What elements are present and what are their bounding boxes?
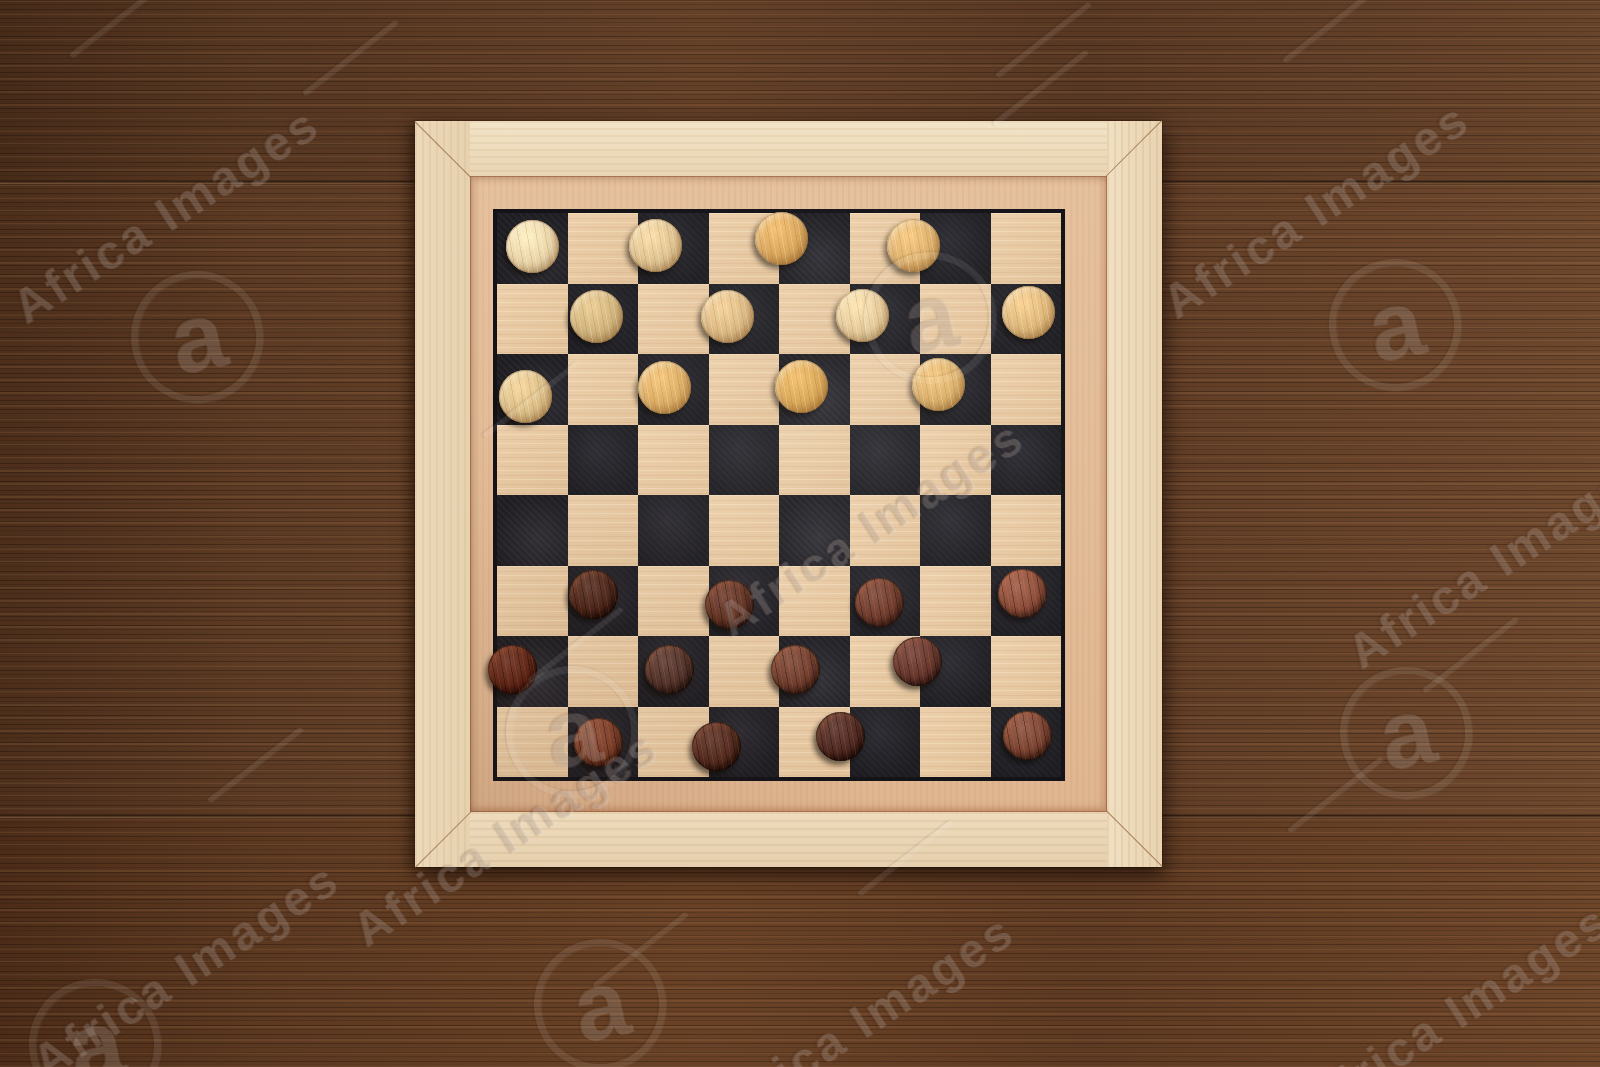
light-piece-r1c1[interactable] [506, 220, 559, 273]
dark-piece-r7c1[interactable] [488, 645, 537, 694]
dark-piece-r8c4[interactable] [692, 722, 741, 771]
dark-piece-r8c8[interactable] [1003, 711, 1052, 760]
piece-wood-grain [775, 360, 828, 413]
light-piece-r3c5[interactable] [775, 360, 828, 413]
checkers-board [415, 121, 1162, 867]
piece-wood-grain [1003, 711, 1052, 760]
piece-wood-grain [574, 718, 623, 767]
piece-wood-grain [836, 289, 889, 342]
piece-wood-grain [506, 220, 559, 273]
piece-wood-grain [893, 637, 942, 686]
dark-piece-r7c5[interactable] [771, 645, 820, 694]
light-piece-r1c7[interactable] [887, 219, 940, 272]
dark-piece-r6c4[interactable] [705, 580, 754, 629]
piece-wood-grain [701, 290, 754, 343]
piece-wood-grain [570, 290, 623, 343]
light-piece-r2c2[interactable] [570, 290, 623, 343]
dark-piece-r6c8[interactable] [998, 569, 1047, 618]
piece-wood-grain [887, 219, 940, 272]
piece-wood-grain [816, 712, 865, 761]
light-piece-r1c3[interactable] [629, 219, 682, 272]
light-piece-r3c1[interactable] [499, 370, 552, 423]
piece-wood-grain [755, 212, 808, 265]
piece-wood-grain [692, 722, 741, 771]
piece-wood-grain [488, 645, 537, 694]
dark-piece-r7c3[interactable] [645, 645, 694, 694]
piece-wood-grain [705, 580, 754, 629]
light-piece-r2c8[interactable] [1002, 286, 1055, 339]
dark-piece-r8c2[interactable] [574, 718, 623, 767]
board-frame-top [415, 121, 1162, 176]
board-frame-right [1107, 121, 1162, 867]
piece-wood-grain [912, 358, 965, 411]
dark-piece-r7c7[interactable] [893, 637, 942, 686]
dark-piece-r8c6[interactable] [816, 712, 865, 761]
light-piece-r2c6[interactable] [836, 289, 889, 342]
board-frame-bottom [415, 812, 1162, 867]
piece-wood-grain [629, 219, 682, 272]
dark-piece-r6c2[interactable] [569, 570, 618, 619]
piece-wood-grain [569, 570, 618, 619]
piece-wood-grain [855, 578, 904, 627]
screenshot-root: Africa ImagesAfrica ImagesAfrica ImagesA… [0, 0, 1600, 1067]
board-grid-area [493, 209, 1065, 781]
dark-piece-r6c6[interactable] [855, 578, 904, 627]
piece-wood-grain [771, 645, 820, 694]
piece-wood-grain [998, 569, 1047, 618]
piece-wood-grain [1002, 286, 1055, 339]
light-piece-r3c3[interactable] [638, 361, 691, 414]
pieces-layer [497, 213, 1061, 777]
piece-wood-grain [499, 370, 552, 423]
board-surface [470, 176, 1107, 812]
piece-wood-grain [638, 361, 691, 414]
light-piece-r2c4[interactable] [701, 290, 754, 343]
board-frame-left [415, 121, 470, 867]
piece-wood-grain [645, 645, 694, 694]
light-piece-r1c5[interactable] [755, 212, 808, 265]
light-piece-r3c7[interactable] [912, 358, 965, 411]
